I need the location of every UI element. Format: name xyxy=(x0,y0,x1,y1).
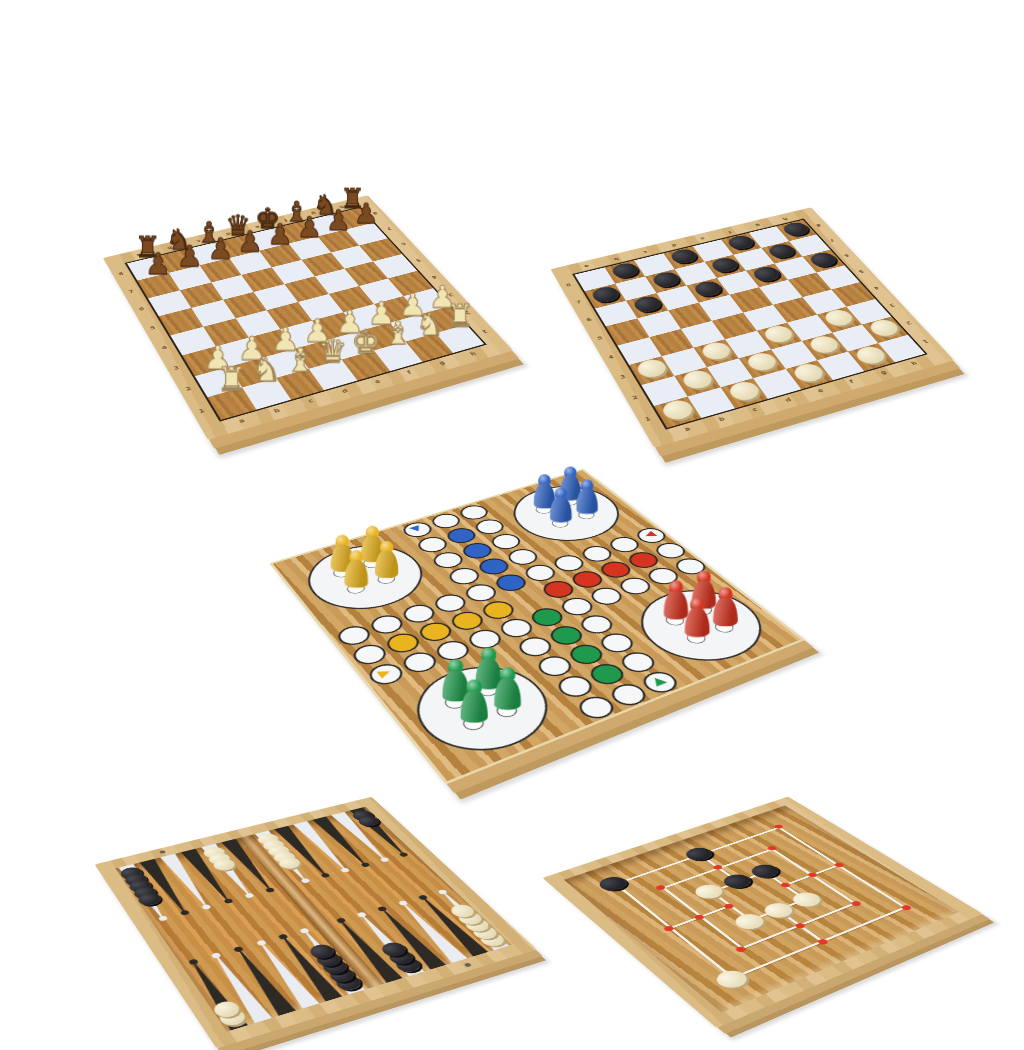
chess-rank-label: 6 xyxy=(139,307,146,312)
checkers-piece-white[interactable] xyxy=(679,368,715,391)
black-pawn-glyph: ♟ xyxy=(293,209,325,247)
chess-file-label: a xyxy=(238,418,246,424)
pawn-stand xyxy=(680,598,716,640)
morris-connector xyxy=(668,906,730,930)
red-pawn-body xyxy=(685,608,710,637)
chess-rank-label: 4 xyxy=(161,345,168,350)
chess-board: aa88bb77cc66dd55ee44ff33gg22hh11♜♞♝♛♚♝♞♜… xyxy=(103,195,513,440)
chess-file-label: c xyxy=(307,398,314,404)
point-tip-dot xyxy=(340,867,350,873)
backgammon-checker-white[interactable] xyxy=(477,930,509,948)
chess-file-label: f xyxy=(406,370,412,375)
black-pawn-glyph: ♟ xyxy=(351,195,382,232)
white-bishop-glyph: ♝ xyxy=(282,339,319,383)
point-tip-dot xyxy=(335,917,346,923)
morris-point[interactable] xyxy=(794,922,807,929)
backgammon-point-near[interactable] xyxy=(411,893,491,958)
morris-point[interactable] xyxy=(900,904,913,911)
checkers-piece-white[interactable] xyxy=(790,362,827,385)
white-knight-glyph: ♞ xyxy=(248,348,285,392)
checkers-board: aa88bb77cc66dd55ee44ff33gg22hh11 xyxy=(550,207,954,447)
piece-stand: ♟ xyxy=(142,244,175,283)
chess-file-label: b xyxy=(273,408,281,414)
black-pawn-glyph: ♟ xyxy=(142,244,175,283)
backgammon-checker-black[interactable] xyxy=(392,955,424,974)
green-pawn-shape xyxy=(491,667,525,710)
backgammon-checker-white[interactable] xyxy=(462,916,493,933)
checkers-piece-black[interactable] xyxy=(609,261,641,279)
piece-stand: ♜ xyxy=(213,357,250,401)
blue-pawn-body xyxy=(550,497,572,523)
checkers-piece-white[interactable] xyxy=(698,340,734,362)
point-tip-dot xyxy=(188,959,199,966)
ludo-start-circle-yellow[interactable] xyxy=(365,660,409,688)
checkers-file-label: c xyxy=(642,250,648,254)
checkers-pieces-layer xyxy=(575,220,925,428)
chess-rank-label: 8 xyxy=(118,272,125,277)
backgammon-checker-black[interactable] xyxy=(307,942,338,960)
product-photo-stage: aa88bb77cc66dd55ee44ff33gg22hh11♜♞♝♛♚♝♞♜… xyxy=(0,0,1024,1050)
checkers-file-label: e xyxy=(699,236,706,240)
yellow-pawn-shape xyxy=(372,541,401,578)
black-pawn-glyph: ♟ xyxy=(322,202,354,239)
checkers-rank-label: 8 xyxy=(565,283,572,288)
chess-board-face: aa88bb77cc66dd55ee44ff33gg22hh11♜♞♝♛♚♝♞♜… xyxy=(103,195,513,440)
point-tip-dot xyxy=(223,898,233,904)
backgammon-point-near[interactable] xyxy=(370,904,449,971)
chess-rank-label: 7 xyxy=(385,226,392,230)
checkers-piece-black[interactable] xyxy=(631,294,664,314)
chess-rank-label: 5 xyxy=(150,326,157,331)
morris-point[interactable] xyxy=(800,896,813,903)
chess-file-label: d xyxy=(341,389,349,395)
black-pawn-glyph: ♟ xyxy=(264,215,296,253)
morris-square-outline xyxy=(613,827,906,980)
chess-rank-label: 1 xyxy=(480,329,488,334)
ludo-track-circle[interactable] xyxy=(399,649,442,676)
checkers-rank-label: 3 xyxy=(888,302,896,307)
morris-point[interactable] xyxy=(850,900,863,907)
white-rook-glyph: ♜ xyxy=(213,357,250,401)
white-queen-glyph: ♛ xyxy=(315,330,351,373)
chess-rank-label: 5 xyxy=(415,258,422,262)
morris-piece-white[interactable] xyxy=(759,900,798,920)
piece-stand: ♜ xyxy=(443,295,478,337)
checkers-file-label: a xyxy=(583,264,589,268)
checkers-rank-label: 4 xyxy=(608,355,615,360)
chess-rank-label: 6 xyxy=(400,241,407,245)
pawn-stand xyxy=(339,550,373,590)
piece-stand: ♛ xyxy=(315,330,351,373)
morris-board xyxy=(542,797,982,1028)
checkers-piece-black[interactable] xyxy=(589,285,622,304)
checkers-file-label: h xyxy=(910,361,918,367)
checkers-piece-white[interactable] xyxy=(867,318,903,339)
piece-stand: ♟ xyxy=(322,202,354,239)
checkers-piece-black[interactable] xyxy=(650,270,683,289)
point-tip-dot xyxy=(299,927,310,933)
point-tip-dot xyxy=(300,878,310,884)
checkers-file-label: a xyxy=(684,426,692,432)
backgammon-point-near[interactable] xyxy=(431,887,512,951)
checkers-rank-label: 6 xyxy=(586,318,593,323)
point-tip-dot xyxy=(158,915,169,921)
backgammon-checker-black[interactable] xyxy=(320,957,352,976)
chess-rank-label: 1 xyxy=(198,409,206,415)
pawn-stand xyxy=(488,667,526,712)
point-tip-dot xyxy=(244,893,254,899)
backgammon-point-near[interactable] xyxy=(349,910,427,977)
point-tip-dot xyxy=(380,857,390,862)
chess-file-label: e xyxy=(374,379,382,385)
backgammon-field xyxy=(115,807,512,1032)
morris-connector xyxy=(777,910,824,942)
backgammon-checker-white[interactable] xyxy=(455,909,486,926)
backgammon-checker-black[interactable] xyxy=(326,965,358,984)
checkers-file-label: b xyxy=(718,417,726,423)
point-tip-dot xyxy=(397,900,408,906)
yellow-start-arrow-icon xyxy=(377,668,393,679)
checkers-file-label: e xyxy=(817,388,825,394)
white-bishop-glyph: ♝ xyxy=(380,312,416,354)
backgammon-checker-white[interactable] xyxy=(216,1007,249,1028)
point-tip-dot xyxy=(211,952,222,959)
checkers-file-label: d xyxy=(784,397,792,403)
checkers-rank-label: 3 xyxy=(619,375,626,381)
checkers-piece-black[interactable] xyxy=(691,279,724,298)
checkers-board-face: aa88bb77cc66dd55ee44ff33gg22hh11 xyxy=(550,207,954,447)
backgammon-point-near[interactable] xyxy=(292,926,368,996)
checkers-piece-black[interactable] xyxy=(709,256,742,274)
piece-stand: ♟ xyxy=(173,237,206,276)
morris-tray-face xyxy=(542,797,982,1028)
checkers-file-label: f xyxy=(727,230,732,234)
morris-point[interactable] xyxy=(734,946,747,953)
morris-point[interactable] xyxy=(662,925,675,932)
checkers-rank-label: 6 xyxy=(842,253,849,257)
pawn-stand xyxy=(370,541,403,580)
morris-point[interactable] xyxy=(725,975,739,983)
green-pawn-body xyxy=(460,691,487,723)
morris-piece-white[interactable] xyxy=(711,967,753,991)
morris-point[interactable] xyxy=(816,938,829,945)
checkers-piece-white[interactable] xyxy=(806,334,842,356)
point-tip-dot xyxy=(233,946,244,953)
ludo-board-face xyxy=(269,469,805,785)
magnet-dot xyxy=(159,850,166,854)
checkers-rank-label: 1 xyxy=(644,417,652,423)
black-pawn-glyph: ♟ xyxy=(234,223,266,261)
checkers-piece-black[interactable] xyxy=(668,247,700,265)
white-knight-glyph: ♞ xyxy=(412,304,447,346)
ludo-board xyxy=(269,469,805,785)
checkers-piece-black[interactable] xyxy=(750,265,783,284)
point-tip-dot xyxy=(438,889,449,895)
backgammon-checker-black[interactable] xyxy=(385,948,417,966)
checkers-piece-white[interactable] xyxy=(659,398,696,423)
checkers-file-label: b xyxy=(613,257,620,261)
point-tip-dot xyxy=(377,906,388,912)
backgammon-checker-white[interactable] xyxy=(447,903,478,920)
checkers-file-label: g xyxy=(880,370,888,376)
piece-stand: ♟ xyxy=(264,215,296,253)
backgammon-point-near[interactable] xyxy=(328,916,405,984)
green-pawn-body xyxy=(494,679,521,711)
morris-point[interactable] xyxy=(743,918,756,925)
morris-point[interactable] xyxy=(693,914,706,921)
checkers-piece-white[interactable] xyxy=(634,357,670,380)
chess-file-label: g xyxy=(438,360,446,366)
backgammon-checker-black[interactable] xyxy=(313,950,344,969)
backgammon-point-near[interactable] xyxy=(203,950,275,1024)
backgammon-point-near[interactable] xyxy=(226,944,299,1017)
point-tip-dot xyxy=(265,887,275,893)
backgammon-checker-black[interactable] xyxy=(333,973,365,992)
piece-stand: ♟ xyxy=(293,209,325,247)
checkers-rank-label: 5 xyxy=(597,336,604,341)
piece-stand: ♞ xyxy=(248,348,285,392)
green-pawn-shape xyxy=(457,680,491,723)
checkers-piece-black[interactable] xyxy=(780,220,812,237)
red-pawn-shape xyxy=(682,598,713,638)
green-start-arrow-icon xyxy=(649,676,667,687)
checkers-rank-label: 1 xyxy=(921,339,929,344)
backgammon-checker-white[interactable] xyxy=(469,923,501,940)
red-pawn-body xyxy=(713,598,738,627)
checkers-rank-label: 5 xyxy=(857,269,864,274)
point-tip-dot xyxy=(201,904,211,910)
white-rook-glyph: ♜ xyxy=(443,295,478,337)
checkers-piece-white[interactable] xyxy=(761,324,797,345)
piece-stand: ♝ xyxy=(282,339,319,383)
checkers-rank-label: 4 xyxy=(872,285,879,290)
point-tip-dot xyxy=(278,934,289,940)
checkers-file-label: h xyxy=(782,217,789,221)
point-tip-dot xyxy=(399,852,409,857)
checkers-piece-black[interactable] xyxy=(807,251,840,269)
morris-point[interactable] xyxy=(772,907,785,914)
white-king-glyph: ♚ xyxy=(348,321,384,364)
checkers-file-label: f xyxy=(849,379,855,384)
checkers-piece-white[interactable] xyxy=(744,351,780,373)
chess-rank-label: 3 xyxy=(173,365,180,371)
point-tip-dot xyxy=(256,940,267,947)
checkers-rank-label: 8 xyxy=(815,223,822,227)
checkers-rank-label: 2 xyxy=(904,320,912,325)
checkers-piece-white[interactable] xyxy=(822,308,857,328)
pawn-stand xyxy=(455,680,494,726)
checkers-file-label: c xyxy=(752,407,759,413)
morris-field xyxy=(564,805,959,1012)
backgammon-checker-black[interactable] xyxy=(378,940,410,958)
point-tip-dot xyxy=(360,862,370,867)
black-pawn-glyph: ♟ xyxy=(204,230,237,269)
backgammon-tray-face xyxy=(95,797,537,1049)
chess-file-label: h xyxy=(469,351,477,357)
backgammon-checker-white[interactable] xyxy=(210,999,242,1020)
checkers-piece-black[interactable] xyxy=(766,242,798,260)
blue-pawn-shape xyxy=(547,487,575,522)
chess-rank-label: 2 xyxy=(185,387,193,393)
pawn-stand xyxy=(545,487,576,524)
checkers-file-label: d xyxy=(671,243,678,247)
checkers-file-label: g xyxy=(755,223,762,227)
backgammon-point-near[interactable] xyxy=(180,957,251,1032)
checkers-rank-label: 2 xyxy=(632,395,640,401)
backgammon-board xyxy=(95,797,537,1049)
black-pawn-glyph: ♟ xyxy=(173,237,206,276)
piece-stand: ♞ xyxy=(412,304,447,346)
point-tip-dot xyxy=(320,873,330,879)
magnet-dot xyxy=(463,962,472,967)
point-tip-dot xyxy=(418,895,429,901)
chess-pieces-layer: ♜♞♝♛♚♝♞♜♟♟♟♟♟♟♟♟♟♟♟♟♟♟♟♟♜♞♝♛♚♝♞♜ xyxy=(127,208,484,420)
blue-start-arrow-icon xyxy=(409,525,424,533)
morris-point[interactable] xyxy=(722,903,735,910)
yellow-pawn-shape xyxy=(341,550,371,588)
backgammon-point-near[interactable] xyxy=(270,932,345,1003)
morris-piece-white[interactable] xyxy=(730,911,769,932)
piece-stand: ♟ xyxy=(204,230,237,269)
chess-rank-label: 7 xyxy=(128,289,135,294)
checkers-piece-white[interactable] xyxy=(726,380,763,404)
blue-pawn-shape xyxy=(573,479,600,514)
checkers-piece-black[interactable] xyxy=(725,234,757,251)
red-start-arrow-icon xyxy=(642,531,657,539)
backgammon-point-near[interactable] xyxy=(248,938,322,1010)
yellow-pawn-body xyxy=(344,560,368,588)
checkers-rank-label: 7 xyxy=(575,300,582,305)
point-tip-dot xyxy=(180,910,191,916)
point-tip-dot xyxy=(356,912,367,918)
checkers-piece-white[interactable] xyxy=(853,344,890,366)
piece-stand: ♝ xyxy=(380,312,416,354)
checkers-rank-label: 7 xyxy=(828,238,835,242)
piece-stand: ♟ xyxy=(351,195,382,232)
piece-stand: ♚ xyxy=(348,321,384,364)
piece-stand: ♟ xyxy=(234,223,266,261)
yellow-pawn-body xyxy=(375,551,399,578)
blue-pawn-body xyxy=(576,489,598,514)
